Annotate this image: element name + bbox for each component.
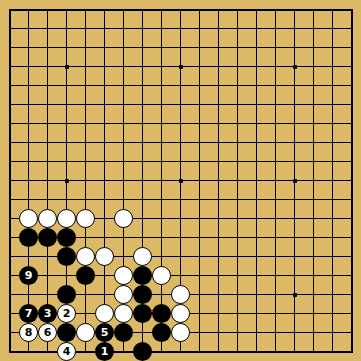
white-stone-6x17 <box>95 304 114 323</box>
move-5-black-stone-6x18: 5 <box>95 323 114 342</box>
white-stone-10x18 <box>171 323 190 342</box>
white-stone-5x14 <box>76 247 95 266</box>
move-4-white-stone-4x19: 4 <box>57 342 76 361</box>
go-board: 973286541 <box>0 0 361 361</box>
move-number-label: 6 <box>44 327 52 338</box>
white-stone-7x16 <box>114 285 133 304</box>
move-3-black-stone-3x17: 3 <box>38 304 57 323</box>
black-stone-8x15 <box>133 266 152 285</box>
move-8-white-stone-2x18: 8 <box>19 323 38 342</box>
white-stone-10x16 <box>171 285 190 304</box>
white-stone-7x15 <box>114 266 133 285</box>
move-number-label: 9 <box>25 270 33 281</box>
move-number-label: 4 <box>63 346 71 357</box>
black-stone-8x17 <box>133 304 152 323</box>
white-stone-5x12 <box>76 209 95 228</box>
black-stone-4x18 <box>57 323 76 342</box>
white-stone-8x14 <box>133 247 152 266</box>
move-number-label: 5 <box>101 327 109 338</box>
move-number-label: 2 <box>63 308 71 319</box>
move-number-label: 1 <box>101 346 109 357</box>
move-number-label: 7 <box>25 308 33 319</box>
white-stone-3x12 <box>38 209 57 228</box>
black-stone-2x13 <box>19 228 38 247</box>
move-number-label: 8 <box>25 327 33 338</box>
black-stone-9x18 <box>152 323 171 342</box>
move-1-black-stone-6x19: 1 <box>95 342 114 361</box>
white-stone-7x12 <box>114 209 133 228</box>
white-stone-9x15 <box>152 266 171 285</box>
black-stone-9x17 <box>152 304 171 323</box>
black-stone-3x13 <box>38 228 57 247</box>
white-stone-6x14 <box>95 247 114 266</box>
white-stone-10x17 <box>171 304 190 323</box>
white-stone-7x17 <box>114 304 133 323</box>
black-stone-8x16 <box>133 285 152 304</box>
black-stone-4x16 <box>57 285 76 304</box>
move-number-label: 3 <box>44 308 52 319</box>
black-stone-5x15 <box>76 266 95 285</box>
white-stone-2x12 <box>19 209 38 228</box>
white-stone-4x12 <box>57 209 76 228</box>
black-stone-7x18 <box>114 323 133 342</box>
black-stone-4x13 <box>57 228 76 247</box>
move-9-black-stone-2x15: 9 <box>19 266 38 285</box>
move-2-white-stone-4x17: 2 <box>57 304 76 323</box>
black-stone-8x19 <box>133 342 152 361</box>
move-6-white-stone-3x18: 6 <box>38 323 57 342</box>
black-stone-4x14 <box>57 247 76 266</box>
move-7-black-stone-2x17: 7 <box>19 304 38 323</box>
stones-layer: 973286541 <box>0 0 361 361</box>
white-stone-5x18 <box>76 323 95 342</box>
